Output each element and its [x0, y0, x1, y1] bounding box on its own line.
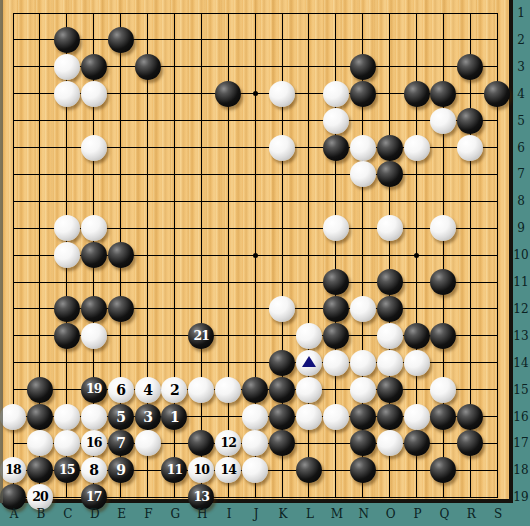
black-stone	[135, 54, 161, 80]
black-stone	[430, 81, 456, 107]
white-stone	[27, 430, 53, 456]
black-stone	[350, 54, 376, 80]
black-stone	[404, 323, 430, 349]
black-stone	[430, 269, 456, 295]
white-stone: 16	[81, 430, 107, 456]
move-number-label: 16	[86, 437, 101, 450]
black-stone	[27, 457, 53, 483]
black-stone	[457, 108, 483, 134]
window-left-edge	[0, 0, 3, 503]
black-stone	[323, 323, 349, 349]
black-stone	[430, 457, 456, 483]
black-stone	[323, 269, 349, 295]
black-stone: 9	[108, 457, 134, 483]
white-stone	[377, 215, 403, 241]
white-stone: 4	[135, 377, 161, 403]
black-stone	[54, 296, 80, 322]
black-stone	[404, 430, 430, 456]
white-stone	[215, 377, 241, 403]
row-label: 16	[511, 411, 530, 423]
row-label: 17	[511, 437, 530, 449]
white-stone	[350, 350, 376, 376]
move-number-label: 15	[59, 464, 74, 477]
white-stone	[404, 135, 430, 161]
column-label: K	[273, 508, 293, 520]
column-label: C	[58, 508, 78, 520]
white-stone	[350, 135, 376, 161]
white-stone	[323, 108, 349, 134]
white-stone	[242, 404, 268, 430]
move-number-label: 12	[220, 437, 235, 450]
black-stone	[108, 27, 134, 53]
row-label: 6	[511, 142, 530, 154]
black-stone	[215, 81, 241, 107]
black-stone	[296, 457, 322, 483]
black-stone	[350, 81, 376, 107]
black-stone	[27, 404, 53, 430]
row-label: 15	[511, 384, 530, 396]
black-stone	[350, 404, 376, 430]
white-stone: 10	[188, 457, 214, 483]
star-point	[253, 253, 258, 258]
black-stone	[81, 54, 107, 80]
move-number-label: 11	[167, 464, 182, 477]
black-stone: 15	[54, 457, 80, 483]
black-stone	[377, 296, 403, 322]
white-stone: 18	[0, 457, 26, 483]
column-label: S	[488, 508, 508, 520]
white-stone	[377, 430, 403, 456]
white-stone	[188, 377, 214, 403]
white-stone	[404, 404, 430, 430]
black-stone: 5	[108, 404, 134, 430]
black-stone	[377, 269, 403, 295]
move-number-label: 5	[116, 409, 125, 423]
black-stone	[430, 404, 456, 430]
go-board[interactable]: 211964253116712181589111014201713	[0, 0, 513, 503]
move-number-label: 1	[170, 409, 179, 423]
column-label: O	[381, 508, 401, 520]
star-point	[253, 91, 258, 96]
column-label: J	[246, 508, 266, 520]
white-stone	[54, 54, 80, 80]
black-stone: 19	[81, 377, 107, 403]
white-stone	[269, 135, 295, 161]
black-stone	[188, 430, 214, 456]
move-number-label: 4	[143, 382, 152, 396]
black-stone	[377, 161, 403, 187]
row-label: 10	[511, 249, 530, 261]
white-stone	[323, 215, 349, 241]
row-label: 5	[511, 115, 530, 127]
move-number-label: 18	[5, 464, 20, 477]
row-label: 7	[511, 168, 530, 180]
black-stone: 1	[161, 404, 187, 430]
black-stone	[269, 377, 295, 403]
white-stone	[242, 457, 268, 483]
column-label: E	[112, 508, 132, 520]
white-stone	[296, 377, 322, 403]
row-label: 9	[511, 222, 530, 234]
black-stone: 21	[188, 323, 214, 349]
white-stone	[323, 350, 349, 376]
row-label: 11	[511, 276, 530, 288]
white-stone	[269, 296, 295, 322]
black-stone	[108, 296, 134, 322]
white-stone	[81, 135, 107, 161]
row-label: 1	[511, 7, 530, 19]
black-stone	[54, 27, 80, 53]
move-number-label: 14	[220, 464, 235, 477]
white-stone: 2	[161, 377, 187, 403]
white-stone	[377, 350, 403, 376]
black-stone	[377, 377, 403, 403]
column-label: M	[327, 508, 347, 520]
black-stone	[457, 404, 483, 430]
black-stone	[457, 54, 483, 80]
move-number-label: 10	[194, 464, 209, 477]
move-number-label: 8	[89, 463, 98, 477]
white-stone	[350, 377, 376, 403]
column-label: R	[461, 508, 481, 520]
column-label: L	[300, 508, 320, 520]
white-stone: 14	[215, 457, 241, 483]
column-label: Q	[434, 508, 454, 520]
white-stone	[350, 296, 376, 322]
black-stone	[430, 323, 456, 349]
row-label: 19	[511, 491, 530, 503]
white-stone	[430, 108, 456, 134]
move-number-label: 6	[116, 382, 125, 396]
white-stone	[404, 350, 430, 376]
black-stone	[269, 350, 295, 376]
row-label: 12	[511, 303, 530, 315]
move-number-label: 20	[32, 490, 47, 503]
row-label: 13	[511, 330, 530, 342]
move-number-label: 19	[86, 383, 101, 396]
white-stone	[430, 377, 456, 403]
black-stone	[27, 377, 53, 403]
black-stone	[323, 135, 349, 161]
triangle-marker	[302, 356, 316, 367]
white-stone	[54, 215, 80, 241]
row-label: 8	[511, 195, 530, 207]
row-label: 18	[511, 464, 530, 476]
white-stone	[242, 430, 268, 456]
black-stone	[81, 242, 107, 268]
white-stone	[54, 242, 80, 268]
white-stone	[0, 404, 26, 430]
black-stone: 3	[135, 404, 161, 430]
row-label: 2	[511, 34, 530, 46]
black-stone	[269, 430, 295, 456]
white-stone: 8	[81, 457, 107, 483]
black-stone	[54, 323, 80, 349]
white-stone	[323, 81, 349, 107]
move-number-label: 13	[194, 490, 209, 503]
white-stone	[54, 430, 80, 456]
white-stone: 12	[215, 430, 241, 456]
move-number-label: 21	[194, 329, 209, 342]
row-label: 4	[511, 88, 530, 100]
white-stone	[296, 404, 322, 430]
move-number-label: 2	[170, 382, 179, 396]
go-game-window: 211964253116712181589111014201713 ABCDEF…	[0, 0, 530, 526]
white-stone	[430, 215, 456, 241]
black-stone	[323, 296, 349, 322]
star-point	[414, 253, 419, 258]
move-number-label: 9	[116, 463, 125, 477]
column-label: A	[4, 508, 24, 520]
white-stone	[81, 404, 107, 430]
column-label: G	[165, 508, 185, 520]
white-stone	[81, 215, 107, 241]
black-stone	[377, 135, 403, 161]
black-stone	[350, 457, 376, 483]
column-label: I	[219, 508, 239, 520]
column-label: B	[31, 508, 51, 520]
black-stone	[108, 242, 134, 268]
black-stone	[81, 296, 107, 322]
black-stone	[484, 81, 510, 107]
white-stone	[81, 81, 107, 107]
black-stone: 7	[108, 430, 134, 456]
move-number-label: 3	[143, 409, 152, 423]
white-stone	[54, 404, 80, 430]
row-label: 14	[511, 357, 530, 369]
black-stone: 11	[161, 457, 187, 483]
black-stone	[404, 81, 430, 107]
grid-line-horizontal	[13, 282, 498, 283]
white-stone	[377, 323, 403, 349]
white-stone	[269, 81, 295, 107]
white-stone	[135, 430, 161, 456]
black-stone	[242, 377, 268, 403]
white-stone	[296, 350, 322, 376]
white-stone: 6	[108, 377, 134, 403]
black-stone	[457, 430, 483, 456]
column-label: N	[354, 508, 374, 520]
black-stone	[350, 430, 376, 456]
black-stone	[269, 404, 295, 430]
row-label: 3	[511, 61, 530, 73]
white-stone	[81, 323, 107, 349]
column-label: D	[85, 508, 105, 520]
white-stone	[296, 323, 322, 349]
white-stone	[350, 161, 376, 187]
white-stone	[323, 404, 349, 430]
white-stone	[54, 81, 80, 107]
move-number-label: 7	[116, 436, 125, 450]
white-stone	[457, 135, 483, 161]
column-label: F	[139, 508, 159, 520]
black-stone	[377, 404, 403, 430]
column-label: P	[408, 508, 428, 520]
move-number-label: 17	[86, 490, 101, 503]
column-label: H	[192, 508, 212, 520]
